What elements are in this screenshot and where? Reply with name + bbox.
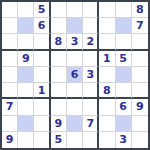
cell-r4c8[interactable]: 5: [116, 51, 132, 67]
cell-r8c5[interactable]: [67, 116, 83, 132]
cell-r4c5[interactable]: [67, 51, 83, 67]
cell-r2c8[interactable]: [116, 18, 132, 34]
cell-r5c6[interactable]: 3: [83, 67, 99, 83]
cell-r4c6[interactable]: [83, 51, 99, 67]
cell-r3c6[interactable]: 2: [83, 34, 99, 50]
cell-r4c4[interactable]: [51, 51, 67, 67]
cell-r1c9[interactable]: 8: [132, 2, 148, 18]
cell-r6c9[interactable]: [132, 83, 148, 99]
cell-r7c6[interactable]: [83, 99, 99, 115]
cell-r9c6[interactable]: [83, 132, 99, 148]
cell-r3c3[interactable]: [34, 34, 50, 50]
cell-r5c1[interactable]: [2, 67, 18, 83]
cell-r3c2[interactable]: [18, 34, 34, 50]
cell-r8c8[interactable]: [116, 116, 132, 132]
cell-r2c1[interactable]: [2, 18, 18, 34]
sudoku-board: 5867832915631876997953: [0, 0, 150, 150]
cell-r1c2[interactable]: [18, 2, 34, 18]
cell-r1c3[interactable]: 5: [34, 2, 50, 18]
cell-r2c6[interactable]: [83, 18, 99, 34]
cell-r7c4[interactable]: [51, 99, 67, 115]
cell-r3c9[interactable]: [132, 34, 148, 50]
cell-r1c8[interactable]: [116, 2, 132, 18]
cell-r5c3[interactable]: [34, 67, 50, 83]
cell-r7c8[interactable]: 6: [116, 99, 132, 115]
cell-r2c7[interactable]: [99, 18, 115, 34]
cell-r3c8[interactable]: [116, 34, 132, 50]
cell-r4c7[interactable]: 1: [99, 51, 115, 67]
cell-r8c1[interactable]: [2, 116, 18, 132]
cell-r4c9[interactable]: [132, 51, 148, 67]
cell-r5c7[interactable]: [99, 67, 115, 83]
cell-r6c2[interactable]: [18, 83, 34, 99]
cell-r9c1[interactable]: 9: [2, 132, 18, 148]
cell-r4c3[interactable]: [34, 51, 50, 67]
cell-r6c6[interactable]: [83, 83, 99, 99]
cell-r2c2[interactable]: [18, 18, 34, 34]
cell-r9c8[interactable]: 3: [116, 132, 132, 148]
cell-r9c9[interactable]: [132, 132, 148, 148]
cell-r8c7[interactable]: [99, 116, 115, 132]
cell-r7c9[interactable]: 9: [132, 99, 148, 115]
cell-r6c5[interactable]: [67, 83, 83, 99]
cell-r3c7[interactable]: [99, 34, 115, 50]
cell-r1c1[interactable]: [2, 2, 18, 18]
cell-r3c5[interactable]: 3: [67, 34, 83, 50]
cell-r9c5[interactable]: [67, 132, 83, 148]
cell-r2c4[interactable]: [51, 18, 67, 34]
cell-r9c4[interactable]: 5: [51, 132, 67, 148]
cell-r9c7[interactable]: [99, 132, 115, 148]
cell-r9c2[interactable]: [18, 132, 34, 148]
cell-r5c8[interactable]: [116, 67, 132, 83]
cell-r2c3[interactable]: 6: [34, 18, 50, 34]
cell-r3c1[interactable]: [2, 34, 18, 50]
cell-r6c1[interactable]: [2, 83, 18, 99]
cell-r5c2[interactable]: [18, 67, 34, 83]
cell-r3c4[interactable]: 8: [51, 34, 67, 50]
cell-r7c2[interactable]: [18, 99, 34, 115]
cell-r7c1[interactable]: 7: [2, 99, 18, 115]
cell-r6c8[interactable]: [116, 83, 132, 99]
cell-r7c3[interactable]: [34, 99, 50, 115]
cell-r5c9[interactable]: [132, 67, 148, 83]
cell-r6c4[interactable]: [51, 83, 67, 99]
cell-r4c1[interactable]: [2, 51, 18, 67]
cell-r8c3[interactable]: [34, 116, 50, 132]
cell-r8c9[interactable]: [132, 116, 148, 132]
cell-r1c7[interactable]: [99, 2, 115, 18]
cell-r6c7[interactable]: 8: [99, 83, 115, 99]
cell-r5c4[interactable]: [51, 67, 67, 83]
cell-r1c5[interactable]: [67, 2, 83, 18]
cell-r1c6[interactable]: [83, 2, 99, 18]
cell-r8c2[interactable]: [18, 116, 34, 132]
cell-r6c3[interactable]: 1: [34, 83, 50, 99]
cell-r2c9[interactable]: 7: [132, 18, 148, 34]
cell-r9c3[interactable]: [34, 132, 50, 148]
cell-r4c2[interactable]: 9: [18, 51, 34, 67]
cell-r7c7[interactable]: [99, 99, 115, 115]
cell-r8c6[interactable]: 7: [83, 116, 99, 132]
cell-r8c4[interactable]: 9: [51, 116, 67, 132]
cell-r5c5[interactable]: 6: [67, 67, 83, 83]
cell-r7c5[interactable]: [67, 99, 83, 115]
cell-r1c4[interactable]: [51, 2, 67, 18]
cell-r2c5[interactable]: [67, 18, 83, 34]
